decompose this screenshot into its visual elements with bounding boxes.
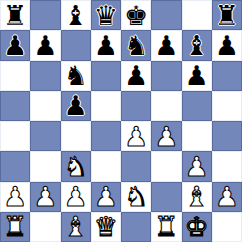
white-knight[interactable]: ♞ (124, 183, 148, 210)
square-h3[interactable] (212, 151, 242, 181)
black-rook[interactable]: ♜ (3, 2, 27, 29)
square-g3[interactable]: ♟ (182, 151, 212, 181)
square-e2[interactable]: ♞ (121, 182, 151, 212)
square-b7[interactable]: ♟ (30, 30, 60, 60)
white-pawn[interactable]: ♟ (185, 153, 209, 180)
square-h2[interactable]: ♟ (212, 182, 242, 212)
square-a8[interactable]: ♜ (0, 0, 30, 30)
black-knight[interactable]: ♞ (124, 32, 148, 59)
square-d6[interactable] (91, 61, 121, 91)
white-pawn[interactable]: ♟ (154, 123, 178, 150)
square-g1[interactable]: ♚ (182, 212, 212, 242)
black-bishop[interactable]: ♝ (185, 32, 209, 59)
black-knight[interactable]: ♞ (64, 62, 88, 89)
square-a1[interactable]: ♜ (0, 212, 30, 242)
white-bishop[interactable]: ♝ (64, 213, 88, 240)
square-b4[interactable] (30, 121, 60, 151)
square-e5[interactable] (121, 91, 151, 121)
black-queen[interactable]: ♛ (94, 2, 118, 29)
square-f1[interactable]: ♜ (151, 212, 181, 242)
black-pawn[interactable]: ♟ (64, 92, 88, 119)
square-d7[interactable]: ♟ (91, 30, 121, 60)
square-a4[interactable] (0, 121, 30, 151)
square-h5[interactable] (212, 91, 242, 121)
white-pawn[interactable]: ♟ (33, 183, 57, 210)
square-e1[interactable] (121, 212, 151, 242)
black-pawn[interactable]: ♟ (215, 32, 239, 59)
square-f8[interactable] (151, 0, 181, 30)
square-c5[interactable]: ♟ (61, 91, 91, 121)
square-d4[interactable] (91, 121, 121, 151)
square-b6[interactable] (30, 61, 60, 91)
square-c7[interactable] (61, 30, 91, 60)
square-d2[interactable]: ♟ (91, 182, 121, 212)
white-pawn[interactable]: ♟ (3, 183, 27, 210)
black-king[interactable]: ♚ (124, 2, 148, 29)
square-f2[interactable] (151, 182, 181, 212)
square-g7[interactable]: ♝ (182, 30, 212, 60)
square-c1[interactable]: ♝ (61, 212, 91, 242)
square-h7[interactable]: ♟ (212, 30, 242, 60)
square-d5[interactable] (91, 91, 121, 121)
white-pawn[interactable]: ♟ (215, 183, 239, 210)
white-queen[interactable]: ♛ (94, 213, 118, 240)
square-f6[interactable] (151, 61, 181, 91)
square-d1[interactable]: ♛ (91, 212, 121, 242)
white-rook[interactable]: ♜ (3, 213, 27, 240)
square-e8[interactable]: ♚ (121, 0, 151, 30)
square-a5[interactable] (0, 91, 30, 121)
white-knight[interactable]: ♞ (64, 153, 88, 180)
square-a2[interactable]: ♟ (0, 182, 30, 212)
white-pawn[interactable]: ♟ (124, 123, 148, 150)
black-pawn[interactable]: ♟ (33, 32, 57, 59)
white-pawn[interactable]: ♟ (64, 183, 88, 210)
square-c8[interactable]: ♝ (61, 0, 91, 30)
square-g8[interactable] (182, 0, 212, 30)
square-b8[interactable] (30, 0, 60, 30)
black-pawn[interactable]: ♟ (124, 62, 148, 89)
square-a3[interactable] (0, 151, 30, 181)
square-b3[interactable] (30, 151, 60, 181)
square-b5[interactable] (30, 91, 60, 121)
black-bishop[interactable]: ♝ (64, 2, 88, 29)
square-h8[interactable]: ♜ (212, 0, 242, 30)
square-h4[interactable] (212, 121, 242, 151)
white-bishop[interactable]: ♝ (185, 183, 209, 210)
square-b1[interactable] (30, 212, 60, 242)
square-d3[interactable] (91, 151, 121, 181)
square-c2[interactable]: ♟ (61, 182, 91, 212)
square-c6[interactable]: ♞ (61, 61, 91, 91)
square-c4[interactable] (61, 121, 91, 151)
black-rook[interactable]: ♜ (215, 2, 239, 29)
black-pawn[interactable]: ♟ (3, 32, 27, 59)
white-pawn[interactable]: ♟ (94, 183, 118, 210)
square-f7[interactable]: ♟ (151, 30, 181, 60)
square-g4[interactable] (182, 121, 212, 151)
square-e7[interactable]: ♞ (121, 30, 151, 60)
black-pawn[interactable]: ♟ (185, 62, 209, 89)
square-a7[interactable]: ♟ (0, 30, 30, 60)
square-b2[interactable]: ♟ (30, 182, 60, 212)
white-rook[interactable]: ♜ (154, 213, 178, 240)
square-f3[interactable] (151, 151, 181, 181)
square-g6[interactable]: ♟ (182, 61, 212, 91)
square-a6[interactable] (0, 61, 30, 91)
square-e4[interactable]: ♟ (121, 121, 151, 151)
square-f4[interactable]: ♟ (151, 121, 181, 151)
square-g2[interactable]: ♝ (182, 182, 212, 212)
square-h6[interactable] (212, 61, 242, 91)
square-f5[interactable] (151, 91, 181, 121)
black-pawn[interactable]: ♟ (94, 32, 118, 59)
square-e3[interactable] (121, 151, 151, 181)
square-h1[interactable] (212, 212, 242, 242)
square-g5[interactable] (182, 91, 212, 121)
chess-board: ♜♝♛♚♜♟♟♟♞♟♝♟♞♟♟♟♟♟♞♟♟♟♟♟♞♝♟♜♝♛♜♚ (0, 0, 242, 242)
square-c3[interactable]: ♞ (61, 151, 91, 181)
square-d8[interactable]: ♛ (91, 0, 121, 30)
black-pawn[interactable]: ♟ (154, 32, 178, 59)
square-e6[interactable]: ♟ (121, 61, 151, 91)
white-king[interactable]: ♚ (185, 213, 209, 240)
